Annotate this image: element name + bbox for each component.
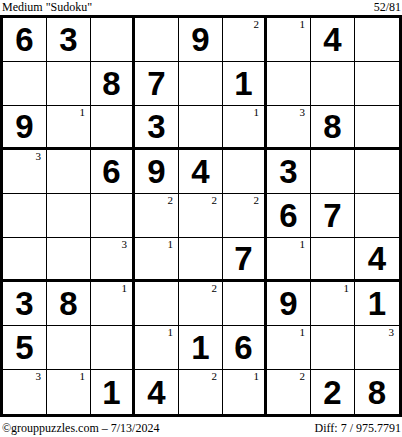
given-digit: 8 [323, 110, 341, 143]
given-digit: 1 [102, 376, 120, 409]
cell-r5c8[interactable]: 7 [311, 194, 355, 238]
cell-r5c7[interactable]: 6 [267, 194, 311, 238]
cell-r8c1[interactable]: 5 [3, 326, 47, 370]
cell-r4c9[interactable] [355, 150, 399, 194]
cell-r7c4[interactable] [135, 282, 179, 326]
cell-r9c7[interactable]: 2 [267, 370, 311, 414]
cell-r7c2[interactable]: 8 [47, 282, 91, 326]
cell-r6c2[interactable] [47, 238, 91, 282]
cell-r7c8[interactable]: 1 [311, 282, 355, 326]
cell-r6c9[interactable]: 4 [355, 238, 399, 282]
cell-r3c9[interactable] [355, 106, 399, 150]
cell-r9c1[interactable]: 3 [3, 370, 47, 414]
pencil-mark: 3 [300, 107, 306, 118]
pencil-mark: 2 [212, 283, 218, 294]
given-digit: 8 [102, 67, 120, 100]
cell-r1c6[interactable]: 2 [223, 18, 267, 62]
cell-r1c5[interactable]: 9 [179, 18, 223, 62]
cell-r3c6[interactable]: 1 [223, 106, 267, 150]
cell-r8c8[interactable] [311, 326, 355, 370]
cell-r6c4[interactable]: 1 [135, 238, 179, 282]
given-digit: 8 [368, 376, 386, 409]
sudoku-page: Medium "Sudoku" 52/81 639214871913138369… [0, 0, 402, 437]
cell-r5c1[interactable] [3, 194, 47, 238]
pencil-mark: 2 [254, 19, 260, 30]
pencil-mark: 1 [168, 239, 174, 250]
cell-r6c1[interactable] [3, 238, 47, 282]
cell-r5c3[interactable] [91, 194, 135, 238]
cell-r7c6[interactable] [223, 282, 267, 326]
cell-r8c7[interactable]: 1 [267, 326, 311, 370]
pencil-mark: 1 [300, 239, 306, 250]
cell-r8c9[interactable]: 3 [355, 326, 399, 370]
cell-r4c3[interactable]: 6 [91, 150, 135, 194]
cell-r5c9[interactable] [355, 194, 399, 238]
given-digit: 9 [147, 155, 165, 188]
cell-r3c4[interactable]: 3 [135, 106, 179, 150]
cell-r4c4[interactable]: 9 [135, 150, 179, 194]
given-digit: 7 [147, 67, 165, 100]
cell-r8c6[interactable]: 6 [223, 326, 267, 370]
given-digit: 4 [323, 23, 341, 56]
pencil-mark: 3 [389, 327, 395, 338]
cell-r1c9[interactable] [355, 18, 399, 62]
pencil-mark: 1 [254, 371, 260, 382]
cell-r7c3[interactable]: 1 [91, 282, 135, 326]
cell-r7c5[interactable]: 2 [179, 282, 223, 326]
difficulty-text: Diff: 7 / 975.7791 [315, 422, 401, 435]
cell-r7c1[interactable]: 3 [3, 282, 47, 326]
cell-r4c6[interactable] [223, 150, 267, 194]
cell-r5c2[interactable] [47, 194, 91, 238]
pencil-mark: 3 [36, 151, 42, 162]
cell-r9c5[interactable]: 2 [179, 370, 223, 414]
cell-r2c6[interactable]: 1 [223, 62, 267, 106]
cell-r1c3[interactable] [91, 18, 135, 62]
cell-r6c8[interactable] [311, 238, 355, 282]
cell-r8c4[interactable]: 1 [135, 326, 179, 370]
footer: ©grouppuzzles.com – 7/13/2024 Diff: 7 / … [0, 417, 402, 437]
pencil-mark: 1 [300, 327, 306, 338]
cell-r9c2[interactable]: 1 [47, 370, 91, 414]
given-digit: 3 [279, 155, 297, 188]
cell-r2c8[interactable] [311, 62, 355, 106]
cell-r6c6[interactable]: 7 [223, 238, 267, 282]
given-digit: 6 [15, 23, 33, 56]
cell-r8c2[interactable] [47, 326, 91, 370]
copyright-text: ©grouppuzzles.com – 7/13/2024 [2, 422, 159, 435]
cell-r7c7[interactable]: 9 [267, 282, 311, 326]
cell-r9c6[interactable]: 1 [223, 370, 267, 414]
cell-r4c2[interactable] [47, 150, 91, 194]
pencil-mark: 2 [168, 195, 174, 206]
given-digit: 6 [234, 331, 252, 364]
given-digit: 1 [191, 331, 209, 364]
cell-r3c8[interactable]: 8 [311, 106, 355, 150]
pencil-mark: 2 [300, 371, 306, 382]
cell-r9c8[interactable]: 2 [311, 370, 355, 414]
cell-r6c5[interactable] [179, 238, 223, 282]
cell-r4c7[interactable]: 3 [267, 150, 311, 194]
pencil-mark: 1 [122, 283, 128, 294]
puzzle-title: Medium "Sudoku" [2, 1, 92, 14]
cell-r2c2[interactable] [47, 62, 91, 106]
given-digit: 3 [15, 287, 33, 320]
cell-r1c4[interactable] [135, 18, 179, 62]
pencil-mark: 3 [36, 371, 42, 382]
cell-r2c3[interactable]: 8 [91, 62, 135, 106]
pencil-mark: 1 [80, 371, 86, 382]
given-digit: 8 [59, 287, 77, 320]
cell-r3c3[interactable] [91, 106, 135, 150]
cell-r4c8[interactable] [311, 150, 355, 194]
cell-r6c3[interactable]: 3 [91, 238, 135, 282]
given-digit: 4 [191, 155, 209, 188]
cell-r1c7[interactable]: 1 [267, 18, 311, 62]
cell-r3c5[interactable] [179, 106, 223, 150]
cell-r1c1[interactable]: 6 [3, 18, 47, 62]
cell-r2c1[interactable] [3, 62, 47, 106]
cell-r3c1[interactable]: 9 [3, 106, 47, 150]
cell-r2c9[interactable] [355, 62, 399, 106]
pencil-mark: 2 [212, 371, 218, 382]
cell-r9c9[interactable]: 8 [355, 370, 399, 414]
given-digit: 7 [234, 242, 252, 275]
cell-r6c7[interactable]: 1 [267, 238, 311, 282]
given-digit: 3 [59, 23, 77, 56]
cell-r4c1[interactable]: 3 [3, 150, 47, 194]
cell-r1c8[interactable]: 4 [311, 18, 355, 62]
given-digit: 6 [279, 199, 297, 232]
given-digit: 4 [368, 242, 386, 275]
cell-r2c5[interactable] [179, 62, 223, 106]
given-digit: 4 [147, 376, 165, 409]
cell-r3c7[interactable]: 3 [267, 106, 311, 150]
sudoku-grid: 6392148719131383694322267317143812911511… [0, 15, 402, 417]
cell-r7c9[interactable]: 1 [355, 282, 399, 326]
cell-r1c2[interactable]: 3 [47, 18, 91, 62]
cell-r5c6[interactable]: 2 [223, 194, 267, 238]
pencil-mark: 1 [168, 327, 174, 338]
header: Medium "Sudoku" 52/81 [0, 0, 402, 15]
pencil-mark: 1 [254, 107, 260, 118]
pencil-mark: 2 [212, 195, 218, 206]
given-digit: 2 [323, 376, 341, 409]
cell-r9c4[interactable]: 4 [135, 370, 179, 414]
pencil-mark: 1 [80, 107, 86, 118]
given-digit: 9 [15, 110, 33, 143]
cell-r8c3[interactable] [91, 326, 135, 370]
given-digit: 5 [15, 331, 33, 364]
cell-r2c4[interactable]: 7 [135, 62, 179, 106]
cell-r3c2[interactable]: 1 [47, 106, 91, 150]
cell-r5c5[interactable]: 2 [179, 194, 223, 238]
cell-r8c5[interactable]: 1 [179, 326, 223, 370]
cell-r2c7[interactable] [267, 62, 311, 106]
given-digit: 6 [102, 155, 120, 188]
pencil-mark: 1 [344, 283, 350, 294]
pencil-mark: 2 [254, 195, 260, 206]
cell-r5c4[interactable]: 2 [135, 194, 179, 238]
given-digit: 9 [191, 23, 209, 56]
cell-r4c5[interactable]: 4 [179, 150, 223, 194]
given-digit: 1 [368, 287, 386, 320]
cells-remaining-counter: 52/81 [374, 1, 401, 14]
given-digit: 7 [323, 199, 341, 232]
given-digit: 1 [234, 67, 252, 100]
pencil-mark: 1 [300, 19, 306, 30]
given-digit: 3 [147, 110, 165, 143]
given-digit: 9 [279, 287, 297, 320]
cell-r9c3[interactable]: 1 [91, 370, 135, 414]
pencil-mark: 3 [122, 239, 128, 250]
